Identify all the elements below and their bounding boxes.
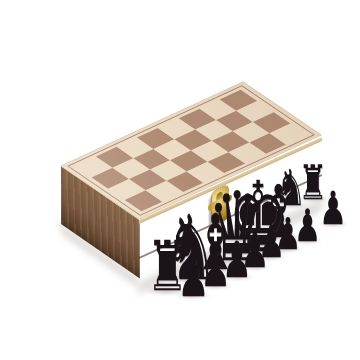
- product-photo-stage: ♜♞♝♛♚♝♞♜♟♟♟♟♟♟♟♟: [0, 0, 360, 360]
- chess-piece-pawn: ♟: [175, 251, 211, 304]
- pieces-layer: ♜♞♝♛♚♝♞♜♟♟♟♟♟♟♟♟: [0, 0, 360, 360]
